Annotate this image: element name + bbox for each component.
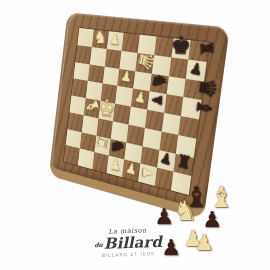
board-piece-dark-rook-h8: ♜	[198, 39, 216, 56]
board-piece-light-pawn-e5: ♟	[133, 89, 147, 106]
board-piece-light-knight-b8: ♞	[93, 28, 108, 46]
board-piece-dark-pawn-f5: ♟	[150, 93, 164, 107]
logo-tagline: BILLARD ET JEUX	[92, 251, 164, 259]
board-piece-light-pawn-d6: ♟	[120, 69, 133, 85]
board-piece-light-queen-e7: ♛	[133, 48, 157, 73]
loose-piece-dark-pawn: ♟	[154, 206, 174, 228]
loose-piece-light-bishop: ♝	[208, 183, 234, 212]
board-piece-dark-king-g8: ♚	[171, 34, 192, 58]
board-piece-dark-rook-h2: ♜	[176, 153, 193, 173]
board-piece-light-king-c4: ♚	[98, 96, 116, 120]
board-piece-light-pawn-d1: ♟	[110, 157, 122, 173]
board-piece-light-pawn-c8: ♟	[109, 31, 122, 47]
board-piece-dark-bishop-h5: ♝	[193, 97, 215, 119]
brand-logo: La maison duBillard BILLARD ET JEUX	[91, 226, 164, 258]
board-piece-dark-pawn-g2: ♟	[159, 150, 174, 168]
logo-name-text: Billard	[104, 233, 162, 253]
board-piece-dark-knight-f6: ♞	[149, 71, 169, 92]
board-piece-light-pawn-e1: ♟	[124, 160, 138, 177]
product-photo-scene: ♞♟♚♜♛♟♟♞♛♟♟♝♝♚♜♞♟♜♟♟♟ ♟♟♞♟♝♟♝♟ La maison…	[0, 0, 270, 270]
board-piece-light-pawn-f1: ♟	[141, 165, 155, 180]
board-piece-dark-pawn-h7: ♟	[189, 59, 205, 77]
loose-piece-light-pawn: ♟	[194, 232, 214, 254]
logo-prefix: du	[94, 241, 103, 248]
board-piece-dark-knight-d2: ♞	[109, 137, 126, 156]
